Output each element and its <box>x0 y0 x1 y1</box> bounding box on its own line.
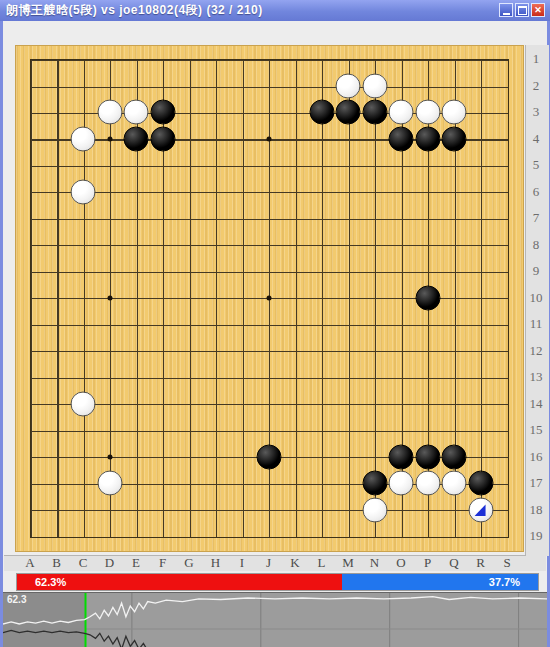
winrate-graph[interactable]: 62.3 37.7 <box>3 592 547 647</box>
row-coordinates-strip <box>525 45 549 556</box>
board-grid <box>30 59 509 538</box>
graph-top-value: 62.3 <box>7 594 26 605</box>
client-area: ABCDEFGHIJKLMNOPQRS123456789101112131415… <box>3 21 547 647</box>
white-winrate-label: 37.7% <box>489 577 538 588</box>
minimize-icon <box>503 13 510 15</box>
black-winrate-label: 62.3% <box>17 577 66 588</box>
title-bar[interactable]: 朗博王艘晗(5段) vs joe10802(4段) (32 / 210) ✕ <box>0 0 550 21</box>
winrate-graph-canvas <box>3 593 547 647</box>
close-button[interactable]: ✕ <box>531 3 545 17</box>
column-coordinates-strip <box>4 555 546 571</box>
app-window: 朗博王艘晗(5段) vs joe10802(4段) (32 / 210) ✕ A… <box>0 0 550 647</box>
minimize-button[interactable] <box>499 3 513 17</box>
winrate-bar: 62.3% 37.7% <box>16 573 539 591</box>
white-winrate-segment: 37.7% <box>342 574 538 590</box>
maximize-button[interactable] <box>515 3 529 17</box>
window-controls: ✕ <box>499 3 545 17</box>
black-winrate-segment: 62.3% <box>17 574 342 590</box>
maximize-icon <box>518 6 527 15</box>
close-icon: ✕ <box>534 6 542 15</box>
window-title: 朗博王艘晗(5段) vs joe10802(4段) (32 / 210) <box>0 2 263 19</box>
